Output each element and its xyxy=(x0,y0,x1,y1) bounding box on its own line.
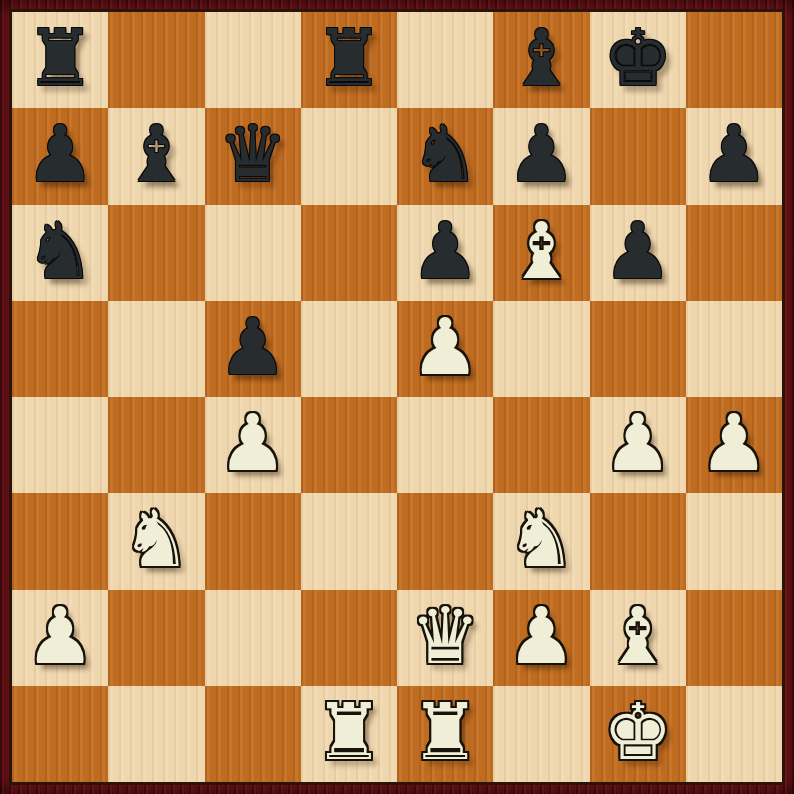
white-pawn-piece: ♟ xyxy=(699,404,769,482)
black-bishop-piece: ♝ xyxy=(121,115,191,193)
square-b1[interactable] xyxy=(108,686,204,782)
white-queen-piece: ♛ xyxy=(410,597,480,675)
white-bishop-piece: ♝ xyxy=(506,212,576,290)
square-g6[interactable]: ♟ xyxy=(590,205,686,301)
black-pawn-piece: ♟ xyxy=(25,115,95,193)
square-b6[interactable] xyxy=(108,205,204,301)
black-pawn-piece: ♟ xyxy=(218,308,288,386)
square-d3[interactable] xyxy=(301,493,397,589)
square-a2[interactable]: ♟ xyxy=(12,590,108,686)
square-c1[interactable] xyxy=(205,686,301,782)
white-rook-piece: ♜ xyxy=(314,693,384,771)
square-g8[interactable]: ♚ xyxy=(590,12,686,108)
square-c6[interactable] xyxy=(205,205,301,301)
square-a1[interactable] xyxy=(12,686,108,782)
square-b2[interactable] xyxy=(108,590,204,686)
chess-board: ♜♜♝♚♟♝♛♞♟♟♞♟♝♟♟♟♟♟♟♞♞♟♛♟♝♜♜♚ xyxy=(9,9,785,785)
square-d4[interactable] xyxy=(301,397,397,493)
square-b4[interactable] xyxy=(108,397,204,493)
white-bishop-piece: ♝ xyxy=(603,597,673,675)
black-knight-piece: ♞ xyxy=(25,212,95,290)
white-knight-piece: ♞ xyxy=(506,500,576,578)
square-f1[interactable] xyxy=(493,686,589,782)
white-pawn-piece: ♟ xyxy=(506,597,576,675)
square-d8[interactable]: ♜ xyxy=(301,12,397,108)
square-f3[interactable]: ♞ xyxy=(493,493,589,589)
black-pawn-piece: ♟ xyxy=(699,115,769,193)
square-f2[interactable]: ♟ xyxy=(493,590,589,686)
black-rook-piece: ♜ xyxy=(25,19,95,97)
square-g3[interactable] xyxy=(590,493,686,589)
black-king-piece: ♚ xyxy=(603,19,673,97)
black-knight-piece: ♞ xyxy=(410,115,480,193)
square-h2[interactable] xyxy=(686,590,782,686)
square-a7[interactable]: ♟ xyxy=(12,108,108,204)
white-pawn-piece: ♟ xyxy=(218,404,288,482)
square-b3[interactable]: ♞ xyxy=(108,493,204,589)
square-a6[interactable]: ♞ xyxy=(12,205,108,301)
square-a8[interactable]: ♜ xyxy=(12,12,108,108)
square-c3[interactable] xyxy=(205,493,301,589)
black-pawn-piece: ♟ xyxy=(603,212,673,290)
square-a4[interactable] xyxy=(12,397,108,493)
square-a5[interactable] xyxy=(12,301,108,397)
square-b8[interactable] xyxy=(108,12,204,108)
square-f6[interactable]: ♝ xyxy=(493,205,589,301)
square-e7[interactable]: ♞ xyxy=(397,108,493,204)
square-c4[interactable]: ♟ xyxy=(205,397,301,493)
square-b7[interactable]: ♝ xyxy=(108,108,204,204)
black-queen-piece: ♛ xyxy=(218,115,288,193)
square-h8[interactable] xyxy=(686,12,782,108)
black-pawn-piece: ♟ xyxy=(410,212,480,290)
square-h6[interactable] xyxy=(686,205,782,301)
white-king-piece: ♚ xyxy=(603,693,673,771)
square-d6[interactable] xyxy=(301,205,397,301)
square-d7[interactable] xyxy=(301,108,397,204)
square-e6[interactable]: ♟ xyxy=(397,205,493,301)
black-bishop-piece: ♝ xyxy=(506,19,576,97)
square-c2[interactable] xyxy=(205,590,301,686)
square-e2[interactable]: ♛ xyxy=(397,590,493,686)
square-d1[interactable]: ♜ xyxy=(301,686,397,782)
square-c7[interactable]: ♛ xyxy=(205,108,301,204)
white-pawn-piece: ♟ xyxy=(603,404,673,482)
board-frame: ♜♜♝♚♟♝♛♞♟♟♞♟♝♟♟♟♟♟♟♞♞♟♛♟♝♜♜♚ xyxy=(0,0,794,794)
square-g4[interactable]: ♟ xyxy=(590,397,686,493)
black-rook-piece: ♜ xyxy=(314,19,384,97)
square-h3[interactable] xyxy=(686,493,782,589)
white-pawn-piece: ♟ xyxy=(25,597,95,675)
square-a3[interactable] xyxy=(12,493,108,589)
square-e1[interactable]: ♜ xyxy=(397,686,493,782)
square-g2[interactable]: ♝ xyxy=(590,590,686,686)
square-h5[interactable] xyxy=(686,301,782,397)
square-d5[interactable] xyxy=(301,301,397,397)
square-h1[interactable] xyxy=(686,686,782,782)
square-h4[interactable]: ♟ xyxy=(686,397,782,493)
square-c8[interactable] xyxy=(205,12,301,108)
square-g1[interactable]: ♚ xyxy=(590,686,686,782)
square-f8[interactable]: ♝ xyxy=(493,12,589,108)
square-e5[interactable]: ♟ xyxy=(397,301,493,397)
square-f7[interactable]: ♟ xyxy=(493,108,589,204)
square-d2[interactable] xyxy=(301,590,397,686)
square-c5[interactable]: ♟ xyxy=(205,301,301,397)
square-f5[interactable] xyxy=(493,301,589,397)
square-b5[interactable] xyxy=(108,301,204,397)
square-e3[interactable] xyxy=(397,493,493,589)
square-e8[interactable] xyxy=(397,12,493,108)
white-pawn-piece: ♟ xyxy=(410,308,480,386)
square-g5[interactable] xyxy=(590,301,686,397)
white-knight-piece: ♞ xyxy=(121,500,191,578)
square-g7[interactable] xyxy=(590,108,686,204)
square-f4[interactable] xyxy=(493,397,589,493)
square-h7[interactable]: ♟ xyxy=(686,108,782,204)
square-e4[interactable] xyxy=(397,397,493,493)
white-rook-piece: ♜ xyxy=(410,693,480,771)
black-pawn-piece: ♟ xyxy=(506,115,576,193)
